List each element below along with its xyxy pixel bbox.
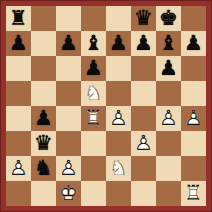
square-c4[interactable]	[56, 106, 81, 131]
piece-white-pawn[interactable]: ♟♙	[131, 131, 156, 156]
chess-board: ♜♛♚♟♟♝♟♟♝♟♟♟♞♘♟♜♖♟♙♟♙♟♙♛♟♙♟♙♞♟♙♞♘♚♔♜♖	[6, 6, 206, 206]
chessboard-screenshot: ♜♛♚♟♟♝♟♟♝♟♟♟♞♘♟♜♖♟♙♟♙♟♙♛♟♙♟♙♞♟♙♞♘♚♔♜♖	[0, 0, 212, 212]
piece-white-king[interactable]: ♚♔	[56, 181, 81, 206]
square-a2[interactable]: ♟♙	[6, 156, 31, 181]
piece-glyph-outline: ♙	[131, 131, 156, 156]
piece-glyph-outline: ♙	[106, 106, 131, 131]
square-g7[interactable]: ♝	[156, 31, 181, 56]
piece-black-pawn[interactable]: ♟	[31, 106, 56, 131]
piece-black-king[interactable]: ♚	[156, 6, 181, 31]
square-f7[interactable]: ♟	[131, 31, 156, 56]
piece-glyph-outline: ♙	[6, 156, 31, 181]
piece-glyph-outline: ♘	[106, 156, 131, 181]
square-h2[interactable]	[181, 156, 206, 181]
square-b5[interactable]	[31, 81, 56, 106]
square-f8[interactable]: ♛	[131, 6, 156, 31]
square-d4[interactable]: ♜♖	[81, 106, 106, 131]
square-c5[interactable]	[56, 81, 81, 106]
piece-black-pawn[interactable]: ♟	[56, 31, 81, 56]
square-e4[interactable]: ♟♙	[106, 106, 131, 131]
square-e5[interactable]	[106, 81, 131, 106]
square-b8[interactable]	[31, 6, 56, 31]
square-h7[interactable]: ♟	[181, 31, 206, 56]
square-b2[interactable]: ♞	[31, 156, 56, 181]
board-frame: ♜♛♚♟♟♝♟♟♝♟♟♟♞♘♟♜♖♟♙♟♙♟♙♛♟♙♟♙♞♟♙♞♘♚♔♜♖	[0, 0, 212, 212]
square-g3[interactable]	[156, 131, 181, 156]
square-g5[interactable]	[156, 81, 181, 106]
square-c3[interactable]	[56, 131, 81, 156]
piece-black-pawn[interactable]: ♟	[131, 31, 156, 56]
piece-glyph-outline: ♙	[56, 156, 81, 181]
piece-white-pawn[interactable]: ♟♙	[56, 156, 81, 181]
piece-black-bishop[interactable]: ♝	[156, 31, 181, 56]
square-d6[interactable]: ♟	[81, 56, 106, 81]
square-f4[interactable]	[131, 106, 156, 131]
square-b3[interactable]: ♛	[31, 131, 56, 156]
square-h5[interactable]	[181, 81, 206, 106]
piece-black-queen[interactable]: ♛	[31, 131, 56, 156]
square-g4[interactable]: ♟♙	[156, 106, 181, 131]
square-e2[interactable]: ♞♘	[106, 156, 131, 181]
square-d1[interactable]	[81, 181, 106, 206]
square-a7[interactable]: ♟	[6, 31, 31, 56]
piece-black-pawn[interactable]: ♟	[156, 56, 181, 81]
square-a6[interactable]	[6, 56, 31, 81]
square-c2[interactable]: ♟♙	[56, 156, 81, 181]
piece-white-rook[interactable]: ♜♖	[181, 181, 206, 206]
piece-black-queen[interactable]: ♛	[131, 6, 156, 31]
piece-black-pawn[interactable]: ♟	[181, 31, 206, 56]
square-d2[interactable]	[81, 156, 106, 181]
square-f3[interactable]: ♟♙	[131, 131, 156, 156]
piece-glyph-outline: ♙	[156, 106, 181, 131]
piece-black-pawn[interactable]: ♟	[6, 31, 31, 56]
piece-black-pawn[interactable]: ♟	[106, 31, 131, 56]
square-b4[interactable]: ♟	[31, 106, 56, 131]
square-g6[interactable]: ♟	[156, 56, 181, 81]
square-d7[interactable]: ♝	[81, 31, 106, 56]
square-b6[interactable]	[31, 56, 56, 81]
piece-glyph-outline: ♙	[181, 106, 206, 131]
square-g2[interactable]	[156, 156, 181, 181]
piece-white-knight[interactable]: ♞♘	[81, 81, 106, 106]
piece-black-pawn[interactable]: ♟	[81, 56, 106, 81]
piece-white-rook[interactable]: ♜♖	[81, 106, 106, 131]
piece-white-knight[interactable]: ♞♘	[106, 156, 131, 181]
square-a3[interactable]	[6, 131, 31, 156]
square-d8[interactable]	[81, 6, 106, 31]
square-f6[interactable]	[131, 56, 156, 81]
square-b1[interactable]	[31, 181, 56, 206]
square-f2[interactable]	[131, 156, 156, 181]
piece-glyph-outline: ♘	[81, 81, 106, 106]
square-h8[interactable]	[181, 6, 206, 31]
piece-white-pawn[interactable]: ♟♙	[156, 106, 181, 131]
piece-white-pawn[interactable]: ♟♙	[106, 106, 131, 131]
square-a5[interactable]	[6, 81, 31, 106]
square-h4[interactable]: ♟♙	[181, 106, 206, 131]
square-e3[interactable]	[106, 131, 131, 156]
square-f1[interactable]	[131, 181, 156, 206]
square-c8[interactable]	[56, 6, 81, 31]
square-d5[interactable]: ♞♘	[81, 81, 106, 106]
piece-white-pawn[interactable]: ♟♙	[181, 106, 206, 131]
square-a8[interactable]: ♜	[6, 6, 31, 31]
square-b7[interactable]	[31, 31, 56, 56]
square-e7[interactable]: ♟	[106, 31, 131, 56]
piece-glyph-outline: ♖	[181, 181, 206, 206]
square-h1[interactable]: ♜♖	[181, 181, 206, 206]
square-c1[interactable]: ♚♔	[56, 181, 81, 206]
piece-white-pawn[interactable]: ♟♙	[6, 156, 31, 181]
square-g1[interactable]	[156, 181, 181, 206]
square-d3[interactable]	[81, 131, 106, 156]
square-a4[interactable]	[6, 106, 31, 131]
piece-glyph-outline: ♖	[81, 106, 106, 131]
piece-black-rook[interactable]: ♜	[6, 6, 31, 31]
piece-black-bishop[interactable]: ♝	[81, 31, 106, 56]
square-g8[interactable]: ♚	[156, 6, 181, 31]
square-e8[interactable]	[106, 6, 131, 31]
piece-glyph-outline: ♔	[56, 181, 81, 206]
square-h3[interactable]	[181, 131, 206, 156]
square-e1[interactable]	[106, 181, 131, 206]
square-h6[interactable]	[181, 56, 206, 81]
square-c7[interactable]: ♟	[56, 31, 81, 56]
square-a1[interactable]	[6, 181, 31, 206]
square-f5[interactable]	[131, 81, 156, 106]
piece-black-knight[interactable]: ♞	[31, 156, 56, 181]
square-c6[interactable]	[56, 56, 81, 81]
square-e6[interactable]	[106, 56, 131, 81]
